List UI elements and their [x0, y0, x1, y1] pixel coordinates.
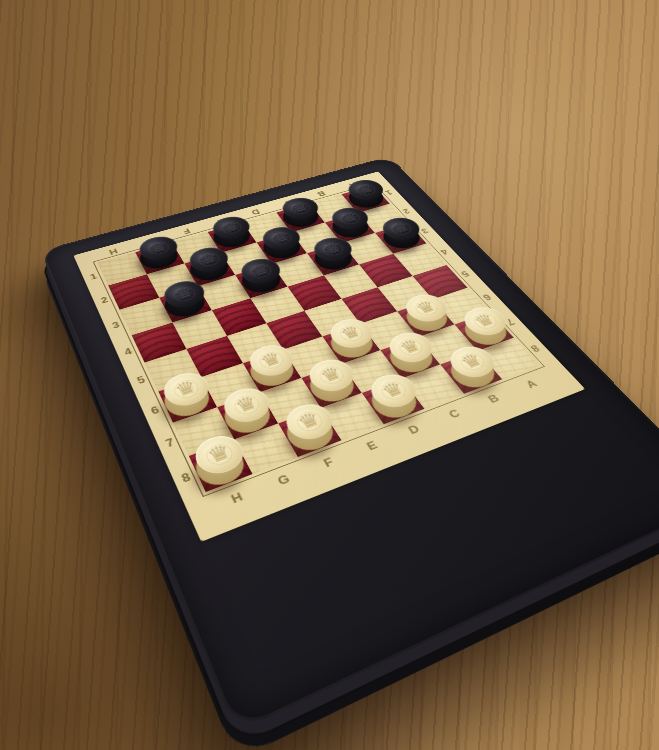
file-label-C: C [430, 402, 477, 426]
file-label-G: G [257, 466, 309, 494]
white-checker-F8[interactable]: ♛ [279, 399, 340, 446]
file-label-F: F [303, 449, 353, 476]
crown-emboss-icon: ♛ [302, 354, 361, 396]
file-label-A: A [508, 373, 553, 396]
file-label-H: H [210, 484, 263, 513]
file-label-D: D [389, 417, 437, 442]
file-label-E: E [347, 433, 396, 459]
square-F6[interactable]: ♛ [242, 350, 300, 393]
file-label-H: H [93, 243, 134, 260]
crown-emboss-icon: ♛ [279, 399, 340, 446]
white-checker-E7[interactable]: ♛ [302, 354, 361, 396]
square-G7[interactable]: ♛ [217, 392, 278, 439]
square-E7[interactable]: ♛ [301, 364, 361, 408]
photo-scene: HGFEDCBA HGFEDCBA 12345678 12345678 ♛♛♛♛… [0, 0, 659, 750]
file-label-B: B [470, 387, 516, 411]
